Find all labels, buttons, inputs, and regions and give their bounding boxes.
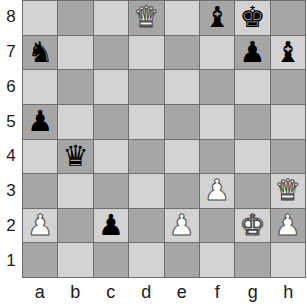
file-label-g: g [235, 278, 271, 306]
square-e7[interactable] [165, 36, 199, 70]
file-label-b: b [58, 278, 94, 306]
square-g4[interactable] [235, 140, 269, 174]
file-label-h: h [271, 278, 307, 306]
white-piece-q-h3: ♛ [275, 176, 301, 205]
square-g5[interactable] [235, 105, 269, 139]
square-b3[interactable] [58, 174, 92, 208]
square-h3[interactable]: ♛ [271, 174, 305, 208]
square-b8[interactable] [58, 1, 92, 35]
square-h1[interactable] [271, 243, 305, 277]
rank-label-2: 2 [0, 209, 22, 244]
square-f5[interactable] [200, 105, 234, 139]
square-f8[interactable]: ♝ [200, 1, 234, 35]
square-b4[interactable]: ♛ [58, 140, 92, 174]
square-h7[interactable]: ♝ [271, 36, 305, 70]
black-piece-p-c2: ♟ [98, 211, 124, 240]
black-piece-p-g7: ♟ [239, 38, 265, 67]
square-a8[interactable] [23, 1, 57, 35]
rank-labels: 87654321 [0, 0, 22, 278]
square-d3[interactable] [129, 174, 163, 208]
square-b2[interactable] [58, 209, 92, 243]
square-b5[interactable] [58, 105, 92, 139]
white-piece-p-a2: ♟ [27, 211, 53, 240]
square-d7[interactable] [129, 36, 163, 70]
square-g3[interactable] [235, 174, 269, 208]
black-piece-n-a7: ♞ [27, 38, 53, 67]
square-f4[interactable] [200, 140, 234, 174]
square-g2[interactable]: ♚ [235, 209, 269, 243]
black-piece-p-a5: ♟ [27, 107, 53, 136]
file-label-e: e [164, 278, 200, 306]
square-c3[interactable] [94, 174, 128, 208]
square-b7[interactable] [58, 36, 92, 70]
square-c8[interactable] [94, 1, 128, 35]
square-g6[interactable] [235, 70, 269, 104]
square-f7[interactable] [200, 36, 234, 70]
square-b1[interactable] [58, 243, 92, 277]
square-c1[interactable] [94, 243, 128, 277]
square-b6[interactable] [58, 70, 92, 104]
square-d8[interactable]: ♛ [129, 1, 163, 35]
rank-label-7: 7 [0, 35, 22, 70]
square-f6[interactable] [200, 70, 234, 104]
chess-board[interactable]: ♛♝♚♞♟♝♟♛♟♛♟♟♟♚♟ [22, 0, 306, 278]
black-piece-b-h7: ♝ [275, 38, 301, 67]
file-labels: abcdefgh [22, 278, 306, 306]
square-f3[interactable]: ♟ [200, 174, 234, 208]
square-f2[interactable] [200, 209, 234, 243]
rank-label-3: 3 [0, 174, 22, 209]
black-piece-q-b4: ♛ [63, 142, 89, 171]
square-g7[interactable]: ♟ [235, 36, 269, 70]
rank-label-6: 6 [0, 70, 22, 105]
square-a6[interactable] [23, 70, 57, 104]
square-f1[interactable] [200, 243, 234, 277]
square-h5[interactable] [271, 105, 305, 139]
square-a3[interactable] [23, 174, 57, 208]
square-d6[interactable] [129, 70, 163, 104]
square-a1[interactable] [23, 243, 57, 277]
white-piece-q-d8: ♛ [133, 3, 159, 32]
square-h6[interactable] [271, 70, 305, 104]
square-d5[interactable] [129, 105, 163, 139]
black-piece-b-f8: ♝ [204, 3, 230, 32]
square-d2[interactable] [129, 209, 163, 243]
square-g1[interactable] [235, 243, 269, 277]
white-piece-k-g2: ♚ [239, 211, 265, 240]
white-piece-p-f3: ♟ [204, 176, 230, 205]
rank-label-8: 8 [0, 0, 22, 35]
square-e3[interactable] [165, 174, 199, 208]
square-h4[interactable] [271, 140, 305, 174]
square-e1[interactable] [165, 243, 199, 277]
rank-label-4: 4 [0, 139, 22, 174]
square-c6[interactable] [94, 70, 128, 104]
file-label-d: d [129, 278, 165, 306]
square-c2[interactable]: ♟ [94, 209, 128, 243]
square-e6[interactable] [165, 70, 199, 104]
white-piece-p-h2: ♟ [275, 211, 301, 240]
square-e4[interactable] [165, 140, 199, 174]
file-label-a: a [22, 278, 58, 306]
square-h8[interactable] [271, 1, 305, 35]
square-g8[interactable]: ♚ [235, 1, 269, 35]
file-label-f: f [200, 278, 236, 306]
chess-diagram: 87654321 ♛♝♚♞♟♝♟♛♟♛♟♟♟♚♟ abcdefgh [0, 0, 306, 306]
square-h2[interactable]: ♟ [271, 209, 305, 243]
file-label-c: c [93, 278, 129, 306]
square-e8[interactable] [165, 1, 199, 35]
rank-label-5: 5 [0, 104, 22, 139]
square-c4[interactable] [94, 140, 128, 174]
square-c5[interactable] [94, 105, 128, 139]
square-a7[interactable]: ♞ [23, 36, 57, 70]
square-c7[interactable] [94, 36, 128, 70]
black-piece-k-g8: ♚ [239, 3, 265, 32]
square-e5[interactable] [165, 105, 199, 139]
rank-label-1: 1 [0, 243, 22, 278]
white-piece-p-e2: ♟ [169, 211, 195, 240]
square-d1[interactable] [129, 243, 163, 277]
square-e2[interactable]: ♟ [165, 209, 199, 243]
square-a4[interactable] [23, 140, 57, 174]
square-a5[interactable]: ♟ [23, 105, 57, 139]
square-d4[interactable] [129, 140, 163, 174]
square-a2[interactable]: ♟ [23, 209, 57, 243]
